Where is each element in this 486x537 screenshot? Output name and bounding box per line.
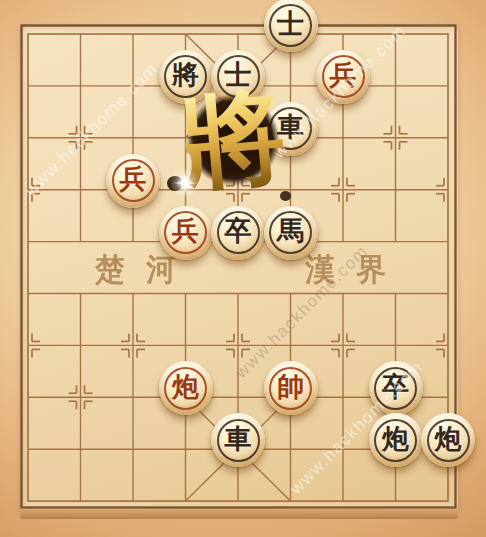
piece-red-兵[interactable]: 兵	[159, 206, 213, 260]
piece-black-馬[interactable]: 馬	[264, 206, 318, 260]
piece-ring	[374, 367, 417, 410]
piece-ring	[112, 159, 155, 202]
piece-red-炮[interactable]: 炮	[159, 361, 213, 415]
piece-red-兵[interactable]: 兵	[106, 154, 160, 208]
piece-black-炮[interactable]: 炮	[369, 413, 423, 467]
xiangqi-game-screenshot: 楚河 漢界 士將士兵車兵兵卒馬炮帥卒車炮炮 www.hackhome.com w…	[0, 0, 486, 537]
piece-ring	[217, 419, 260, 462]
piece-black-士[interactable]: 士	[264, 0, 318, 52]
piece-black-卒[interactable]: 卒	[369, 361, 423, 415]
piece-black-炮[interactable]: 炮	[421, 413, 475, 467]
piece-ring	[164, 211, 207, 254]
piece-ring	[269, 4, 312, 47]
piece-black-卒[interactable]: 卒	[211, 206, 265, 260]
piece-red-帥[interactable]: 帥	[264, 361, 318, 415]
piece-ring	[269, 367, 312, 410]
piece-ring	[269, 211, 312, 254]
piece-ring	[217, 211, 260, 254]
piece-red-兵[interactable]: 兵	[316, 50, 370, 104]
piece-ring	[164, 367, 207, 410]
piece-ring	[374, 419, 417, 462]
piece-ring	[427, 419, 470, 462]
piece-ring	[322, 55, 365, 98]
piece-black-車[interactable]: 車	[211, 413, 265, 467]
